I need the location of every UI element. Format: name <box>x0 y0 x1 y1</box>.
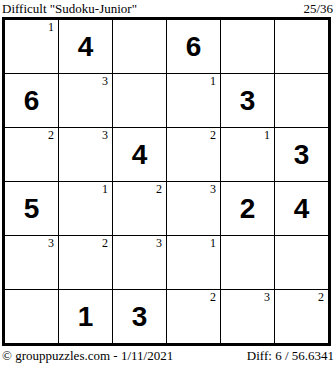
pencil-mark: 1 <box>210 236 216 250</box>
cell-r4c4[interactable]: 3 <box>167 182 220 235</box>
pencil-mark: 2 <box>102 236 108 250</box>
pencil-mark: 1 <box>210 74 216 88</box>
given-digit: 3 <box>221 74 274 127</box>
cell-r5c2[interactable]: 2 <box>59 236 112 289</box>
cell-r2c1[interactable]: 6 <box>5 74 58 127</box>
cell-r5c3[interactable]: 3 <box>113 236 166 289</box>
header: Difficult "Sudoku-Junior" 25/36 <box>0 0 336 17</box>
pencil-mark: 3 <box>48 236 54 250</box>
cell-r4c5[interactable]: 2 <box>221 182 274 235</box>
cell-r2c3[interactable] <box>113 74 166 127</box>
cell-r2c6[interactable] <box>275 74 328 127</box>
cell-r5c4[interactable]: 1 <box>167 236 220 289</box>
cell-r5c5[interactable] <box>221 236 274 289</box>
given-digit: 5 <box>5 182 58 235</box>
pencil-mark: 2 <box>210 290 216 304</box>
cell-r6c4[interactable]: 2 <box>167 290 220 343</box>
cell-r6c5[interactable]: 3 <box>221 290 274 343</box>
cell-r5c1[interactable]: 3 <box>5 236 58 289</box>
cell-r2c5[interactable]: 3 <box>221 74 274 127</box>
cell-r1c6[interactable] <box>275 20 328 73</box>
pencil-mark: 2 <box>48 128 54 142</box>
pencil-mark: 3 <box>210 182 216 196</box>
pencil-mark: 3 <box>102 74 108 88</box>
given-digit: 3 <box>275 128 328 181</box>
cell-r3c4[interactable]: 2 <box>167 128 220 181</box>
cell-r6c3[interactable]: 3 <box>113 290 166 343</box>
given-digit: 3 <box>113 290 166 343</box>
cell-r4c3[interactable]: 2 <box>113 182 166 235</box>
pencil-mark: 2 <box>318 290 324 304</box>
given-digit: 6 <box>167 20 220 73</box>
cell-r1c1[interactable]: 1 <box>5 20 58 73</box>
cell-r6c1[interactable] <box>5 290 58 343</box>
pencil-mark: 3 <box>156 236 162 250</box>
given-digit: 4 <box>275 182 328 235</box>
puzzle-page: Difficult "Sudoku-Junior" 25/36 14663132… <box>0 0 336 363</box>
given-digit: 4 <box>59 20 112 73</box>
pencil-mark: 3 <box>102 128 108 142</box>
cell-r3c6[interactable]: 3 <box>275 128 328 181</box>
copyright-text: © grouppuzzles.com - 1/11/2021 <box>2 349 173 363</box>
given-digit: 2 <box>221 182 274 235</box>
pencil-mark: 2 <box>210 128 216 142</box>
cell-r1c5[interactable] <box>221 20 274 73</box>
sudoku-grid: 1466313234213512324323113232 <box>2 17 331 346</box>
footer: © grouppuzzles.com - 1/11/2021 Diff: 6 /… <box>0 346 336 363</box>
given-digit: 4 <box>113 128 166 181</box>
difficulty-text: Diff: 6 / 56.6341 <box>247 349 334 363</box>
cell-r4c2[interactable]: 1 <box>59 182 112 235</box>
page-title: Difficult "Sudoku-Junior" <box>2 2 137 16</box>
pencil-mark: 2 <box>156 182 162 196</box>
cell-r4c1[interactable]: 5 <box>5 182 58 235</box>
cell-r2c2[interactable]: 3 <box>59 74 112 127</box>
cell-r6c6[interactable]: 2 <box>275 290 328 343</box>
pencil-mark: 1 <box>264 128 270 142</box>
cell-r3c2[interactable]: 3 <box>59 128 112 181</box>
cell-r1c2[interactable]: 4 <box>59 20 112 73</box>
cell-r3c5[interactable]: 1 <box>221 128 274 181</box>
cell-r3c3[interactable]: 4 <box>113 128 166 181</box>
given-digit: 1 <box>59 290 112 343</box>
cell-r6c2[interactable]: 1 <box>59 290 112 343</box>
cell-r3c1[interactable]: 2 <box>5 128 58 181</box>
empty-cell-counter: 25/36 <box>303 2 333 16</box>
pencil-mark: 3 <box>264 290 270 304</box>
pencil-mark: 1 <box>48 20 54 34</box>
cell-r5c6[interactable] <box>275 236 328 289</box>
cell-r1c4[interactable]: 6 <box>167 20 220 73</box>
pencil-mark: 1 <box>102 182 108 196</box>
cell-r4c6[interactable]: 4 <box>275 182 328 235</box>
cell-r2c4[interactable]: 1 <box>167 74 220 127</box>
given-digit: 6 <box>5 74 58 127</box>
cell-r1c3[interactable] <box>113 20 166 73</box>
